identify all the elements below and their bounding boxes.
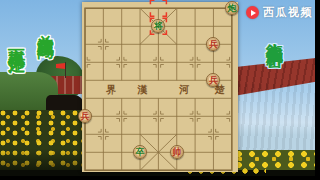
- red-flag: [56, 63, 65, 69]
- piece-glyph: 兵: [209, 40, 218, 49]
- caption-follow: 关注象棋王闯: [37, 21, 54, 30]
- video-frame: 界 漢 河 楚 炮将兵兵兵卒帅 关注象棋王闯 下棋不再迷茫 街头残局解密 西瓜视…: [0, 0, 320, 180]
- xigua-watermark: 西瓜视频: [246, 5, 313, 20]
- bottom-black-strip: [0, 176, 320, 180]
- xigua-play-icon: [246, 6, 259, 19]
- caption-street-endgame: 街头残局解密: [266, 29, 283, 38]
- piece-glyph: 帅: [172, 148, 181, 157]
- caption-no-confusion: 下棋不再迷茫: [8, 35, 25, 44]
- piece-black-将[interactable]: 将: [151, 19, 165, 33]
- piece-glyph: 卒: [136, 148, 145, 157]
- piece-red-帅[interactable]: 帅: [170, 145, 184, 159]
- piece-red-兵[interactable]: 兵: [206, 73, 220, 87]
- piece-glyph: 将: [154, 22, 163, 31]
- xiangqi-board[interactable]: 界 漢 河 楚 炮将兵兵兵卒帅: [82, 2, 238, 172]
- piece-glyph: 兵: [209, 76, 218, 85]
- piece-glyph: 炮: [227, 4, 236, 13]
- piece-glyph: 兵: [81, 112, 90, 121]
- piece-red-兵[interactable]: 兵: [78, 109, 92, 123]
- flagpole: [65, 62, 66, 78]
- xigua-watermark-label: 西瓜视频: [263, 5, 313, 20]
- pieces-layer: 炮将兵兵兵卒帅: [82, 2, 238, 172]
- piece-black-炮[interactable]: 炮: [225, 1, 239, 15]
- piece-black-卒[interactable]: 卒: [133, 145, 147, 159]
- right-black-strip: [315, 0, 320, 180]
- piece-red-兵[interactable]: 兵: [206, 37, 220, 51]
